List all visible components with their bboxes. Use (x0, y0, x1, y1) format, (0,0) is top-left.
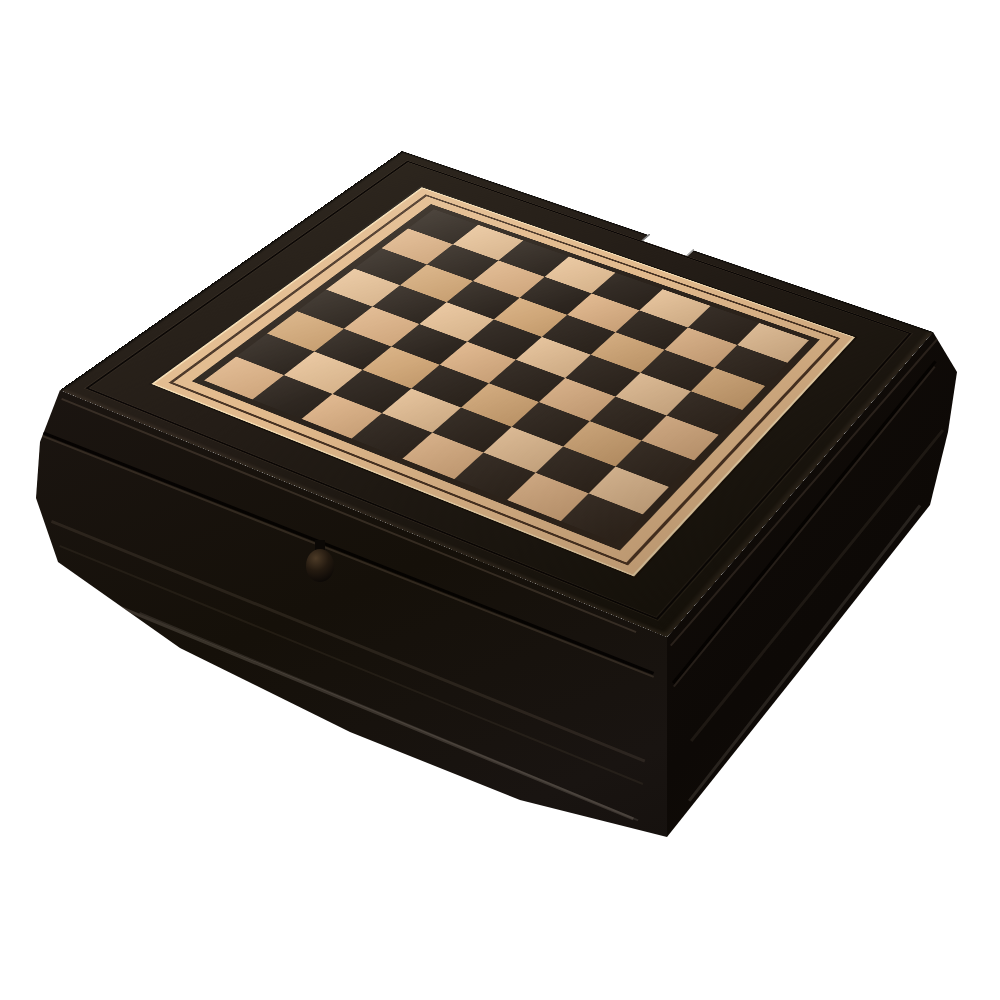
scuff-streak (139, 612, 638, 821)
product-photo-stage (0, 0, 1000, 1000)
scuff-streak (69, 585, 634, 820)
drawer-knob (305, 540, 335, 584)
knob-head (306, 549, 334, 582)
